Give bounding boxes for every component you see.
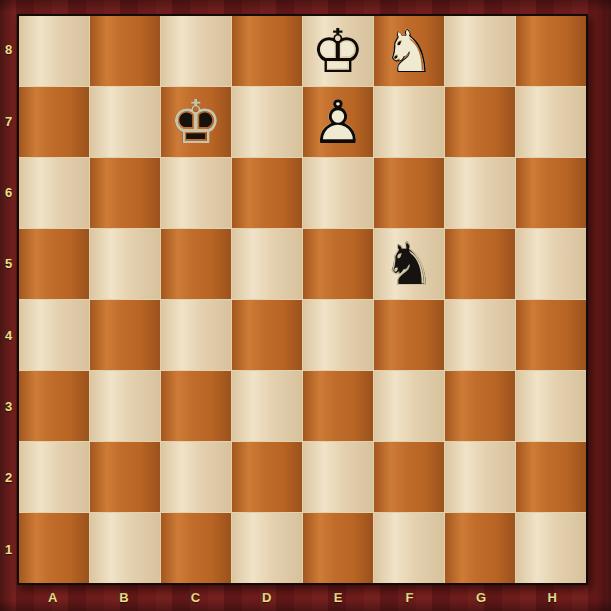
square-h5[interactable] <box>516 229 586 299</box>
square-d5[interactable] <box>232 229 302 299</box>
square-h4[interactable] <box>516 300 586 370</box>
file-label-d: D <box>231 585 302 609</box>
rank-label-8: 8 <box>0 14 17 85</box>
file-label-a: A <box>17 585 88 609</box>
rank-label-3: 3 <box>0 371 17 442</box>
file-label-f: F <box>374 585 445 609</box>
square-e1[interactable] <box>303 513 373 583</box>
square-g5[interactable] <box>445 229 515 299</box>
square-d2[interactable] <box>232 442 302 512</box>
square-f6[interactable] <box>374 158 444 228</box>
rank-label-4: 4 <box>0 300 17 371</box>
square-g8[interactable] <box>445 16 515 86</box>
square-a8[interactable] <box>19 16 89 86</box>
square-g6[interactable] <box>445 158 515 228</box>
square-g4[interactable] <box>445 300 515 370</box>
square-e2[interactable] <box>303 442 373 512</box>
square-c6[interactable] <box>161 158 231 228</box>
pawn-glyph-fill: ♟ <box>303 87 373 157</box>
file-label-b: B <box>88 585 159 609</box>
square-a3[interactable] <box>19 371 89 441</box>
piece-white-king[interactable]: ♚♔ <box>303 16 373 86</box>
rank-label-5: 5 <box>0 228 17 299</box>
square-c7[interactable]: ♚♔ <box>161 87 231 157</box>
square-b4[interactable] <box>90 300 160 370</box>
square-e4[interactable] <box>303 300 373 370</box>
file-label-h: H <box>517 585 588 609</box>
square-e8[interactable]: ♚♔ <box>303 16 373 86</box>
square-b1[interactable] <box>90 513 160 583</box>
knight-glyph-outline: ♘ <box>374 16 444 86</box>
square-h6[interactable] <box>516 158 586 228</box>
king-glyph-outline: ♔ <box>303 16 373 86</box>
file-label-g: G <box>445 585 516 609</box>
square-h3[interactable] <box>516 371 586 441</box>
square-b2[interactable] <box>90 442 160 512</box>
square-c8[interactable] <box>161 16 231 86</box>
square-b5[interactable] <box>90 229 160 299</box>
square-a4[interactable] <box>19 300 89 370</box>
square-g7[interactable] <box>445 87 515 157</box>
file-label-e: E <box>303 585 374 609</box>
piece-white-knight[interactable]: ♞♘ <box>374 16 444 86</box>
rank-label-2: 2 <box>0 442 17 513</box>
square-g2[interactable] <box>445 442 515 512</box>
square-a5[interactable] <box>19 229 89 299</box>
rank-label-7: 7 <box>0 85 17 156</box>
square-h1[interactable] <box>516 513 586 583</box>
king-glyph-fill: ♚ <box>161 87 231 157</box>
rank-label-6: 6 <box>0 157 17 228</box>
square-a2[interactable] <box>19 442 89 512</box>
file-label-c: C <box>160 585 231 609</box>
rank-labels: 87654321 <box>0 14 17 585</box>
square-f5[interactable]: ♞♘ <box>374 229 444 299</box>
piece-white-pawn[interactable]: ♟♙ <box>303 87 373 157</box>
square-f1[interactable] <box>374 513 444 583</box>
knight-glyph-fill: ♞ <box>374 229 444 299</box>
square-b3[interactable] <box>90 371 160 441</box>
square-h2[interactable] <box>516 442 586 512</box>
square-g1[interactable] <box>445 513 515 583</box>
square-f4[interactable] <box>374 300 444 370</box>
square-d7[interactable] <box>232 87 302 157</box>
square-b7[interactable] <box>90 87 160 157</box>
rank-label-1: 1 <box>0 514 17 585</box>
pawn-glyph-outline: ♙ <box>303 87 373 157</box>
square-e6[interactable] <box>303 158 373 228</box>
chess-board: ♚♔♞♘♚♔♟♙♞♘ <box>17 14 588 585</box>
file-labels: ABCDEFGH <box>17 585 588 609</box>
square-d1[interactable] <box>232 513 302 583</box>
piece-black-knight[interactable]: ♞♘ <box>374 229 444 299</box>
square-b6[interactable] <box>90 158 160 228</box>
chessboard-frame: 87654321 ABCDEFGH ♚♔♞♘♚♔♟♙♞♘ <box>0 0 611 611</box>
king-glyph-outline: ♔ <box>161 87 231 157</box>
square-c1[interactable] <box>161 513 231 583</box>
piece-black-king[interactable]: ♚♔ <box>161 87 231 157</box>
square-e7[interactable]: ♟♙ <box>303 87 373 157</box>
square-c3[interactable] <box>161 371 231 441</box>
square-g3[interactable] <box>445 371 515 441</box>
knight-glyph-fill: ♞ <box>374 16 444 86</box>
square-a7[interactable] <box>19 87 89 157</box>
square-e3[interactable] <box>303 371 373 441</box>
square-f2[interactable] <box>374 442 444 512</box>
square-c4[interactable] <box>161 300 231 370</box>
square-h8[interactable] <box>516 16 586 86</box>
square-d4[interactable] <box>232 300 302 370</box>
square-a1[interactable] <box>19 513 89 583</box>
square-f3[interactable] <box>374 371 444 441</box>
square-e5[interactable] <box>303 229 373 299</box>
square-a6[interactable] <box>19 158 89 228</box>
king-glyph-fill: ♚ <box>303 16 373 86</box>
square-c5[interactable] <box>161 229 231 299</box>
square-d6[interactable] <box>232 158 302 228</box>
square-c2[interactable] <box>161 442 231 512</box>
square-f7[interactable] <box>374 87 444 157</box>
square-d3[interactable] <box>232 371 302 441</box>
knight-glyph-outline: ♘ <box>374 229 444 299</box>
square-f8[interactable]: ♞♘ <box>374 16 444 86</box>
square-d8[interactable] <box>232 16 302 86</box>
square-b8[interactable] <box>90 16 160 86</box>
square-h7[interactable] <box>516 87 586 157</box>
